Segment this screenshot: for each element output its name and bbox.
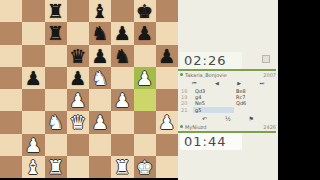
square-a2[interactable]: [0, 134, 22, 156]
top-player-row[interactable]: Takaria_Bonjovie 2007: [180, 71, 276, 78]
first-move-icon[interactable]: ⏮: [192, 80, 197, 87]
square-c5[interactable]: [45, 67, 67, 89]
square-f8[interactable]: [111, 0, 133, 22]
square-a5[interactable]: [0, 67, 22, 89]
move-21-black[interactable]: [234, 107, 276, 113]
square-d1[interactable]: [67, 156, 89, 178]
black-piece-R-c7: ♜: [47, 22, 64, 44]
top-player-name[interactable]: Takaria_Bonjovie: [185, 72, 261, 78]
square-b5[interactable]: ♟: [22, 67, 44, 89]
square-c6[interactable]: [45, 45, 67, 67]
square-f6[interactable]: ♞: [111, 45, 133, 67]
square-e6[interactable]: ♟: [89, 45, 111, 67]
square-h2[interactable]: [156, 134, 178, 156]
black-piece-P-g7: ♟: [136, 22, 153, 44]
takeback-icon[interactable]: ↶: [202, 115, 207, 122]
square-b8[interactable]: [22, 0, 44, 22]
square-f1[interactable]: ♜: [111, 156, 133, 178]
black-piece-N-e7: ♞: [92, 22, 109, 44]
white-piece-K-g1: ♚: [136, 156, 153, 178]
square-g5[interactable]: ♟: [134, 67, 156, 89]
white-piece-R-c1: ♜: [47, 156, 64, 178]
white-piece-P-h3: ♟: [158, 111, 175, 133]
white-piece-B-b1: ♝: [25, 156, 42, 178]
move-navigation: ⏮ ◀ ▶ ⏭: [192, 79, 264, 87]
square-g3[interactable]: [134, 111, 156, 133]
black-piece-Q-d6: ♛: [69, 45, 86, 67]
square-a3[interactable]: [0, 111, 22, 133]
white-piece-P-b2: ♟: [25, 134, 42, 156]
chess-board[interactable]: ♜♝♚♜♞♟♟♛♟♞♟♟♟♞♟♟♟♞♛♟♟♟♝♜♜♚: [0, 0, 178, 178]
square-b4[interactable]: [22, 89, 44, 111]
square-e7[interactable]: ♞: [89, 22, 111, 44]
online-indicator-icon: [180, 125, 183, 128]
black-piece-R-c8: ♜: [47, 0, 64, 22]
move-21-white[interactable]: g5: [193, 107, 234, 113]
black-piece-B-e8: ♝: [92, 0, 109, 22]
top-player-rating: 2007: [263, 72, 276, 78]
square-h3[interactable]: ♟: [156, 111, 178, 133]
square-f7[interactable]: ♟: [111, 22, 133, 44]
move-number: 20: [180, 100, 193, 106]
black-piece-P-e6: ♟: [92, 45, 109, 67]
square-h5[interactable]: [156, 67, 178, 89]
square-c2[interactable]: [45, 134, 67, 156]
black-piece-N-f6: ♞: [114, 45, 131, 67]
white-piece-P-f4: ♟: [114, 89, 131, 111]
square-c8[interactable]: ♜: [45, 0, 67, 22]
black-piece-P-h6: ♟: [158, 45, 175, 67]
square-f2[interactable]: [111, 134, 133, 156]
square-a6[interactable]: [0, 45, 22, 67]
square-d5[interactable]: ♟: [67, 67, 89, 89]
square-c7[interactable]: ♜: [45, 22, 67, 44]
square-b6[interactable]: [22, 45, 44, 67]
square-e5[interactable]: ♞: [89, 67, 111, 89]
square-h6[interactable]: ♟: [156, 45, 178, 67]
square-d8[interactable]: [67, 0, 89, 22]
black-piece-P-f7: ♟: [114, 22, 131, 44]
square-c1[interactable]: ♜: [45, 156, 67, 178]
bottom-player-name[interactable]: MyNiuzd: [185, 124, 261, 130]
square-e3[interactable]: ♟: [89, 111, 111, 133]
game-side-panel: 02:26 Takaria_Bonjovie 2007 ⏮ ◀ ▶ ⏭ 18Qd…: [178, 0, 278, 180]
square-h1[interactable]: [156, 156, 178, 178]
move-number: 18: [180, 88, 193, 94]
bottom-player-row[interactable]: MyNiuzd 2426: [180, 123, 276, 130]
offer-draw-icon[interactable]: ½: [225, 115, 231, 122]
square-e2[interactable]: [89, 134, 111, 156]
square-f4[interactable]: ♟: [111, 89, 133, 111]
resign-flag-icon[interactable]: ⚑: [249, 115, 254, 122]
game-actions: ↶ ½ ⚑: [202, 113, 254, 123]
white-piece-P-d4: ♟: [69, 89, 86, 111]
square-f5[interactable]: [111, 67, 133, 89]
square-c4[interactable]: [45, 89, 67, 111]
prev-move-icon[interactable]: ◀: [215, 80, 219, 86]
white-piece-Q-d3: ♛: [69, 111, 86, 133]
white-piece-R-f1: ♜: [114, 156, 131, 178]
move-list: 18Qd3Be819g4Rc720Ne5Qd621g5: [180, 88, 276, 113]
square-d6[interactable]: ♛: [67, 45, 89, 67]
square-b1[interactable]: ♝: [22, 156, 44, 178]
last-move-icon[interactable]: ⏭: [259, 80, 264, 87]
square-g7[interactable]: ♟: [134, 22, 156, 44]
square-g8[interactable]: ♚: [134, 0, 156, 22]
white-piece-P-g5: ♟: [136, 67, 153, 89]
square-e1[interactable]: [89, 156, 111, 178]
square-d4[interactable]: ♟: [67, 89, 89, 111]
top-player-clock: 02:26: [180, 52, 242, 69]
square-a1[interactable]: [0, 156, 22, 178]
black-piece-P-b5: ♟: [25, 67, 42, 89]
black-piece-P-d5: ♟: [69, 67, 86, 89]
square-d3[interactable]: ♛: [67, 111, 89, 133]
square-c3[interactable]: ♞: [45, 111, 67, 133]
square-h4[interactable]: [156, 89, 178, 111]
square-a8[interactable]: [0, 0, 22, 22]
square-b3[interactable]: [22, 111, 44, 133]
square-f3[interactable]: [111, 111, 133, 133]
move-number: 19: [180, 94, 193, 100]
move-row: 21g5: [180, 107, 276, 113]
square-g1[interactable]: ♚: [134, 156, 156, 178]
white-piece-N-e5: ♞: [92, 67, 109, 89]
square-e8[interactable]: ♝: [89, 0, 111, 22]
white-piece-P-e3: ♟: [92, 111, 109, 133]
square-e4[interactable]: [89, 89, 111, 111]
online-indicator-icon: [180, 73, 183, 76]
bottom-player-rating: 2426: [263, 124, 276, 130]
square-a7[interactable]: [0, 22, 22, 44]
square-h8[interactable]: [156, 0, 178, 22]
expand-board-icon[interactable]: [262, 55, 270, 63]
square-h7[interactable]: [156, 22, 178, 44]
square-g6[interactable]: [134, 45, 156, 67]
bottom-player-clock: 01:44: [180, 133, 242, 150]
next-move-icon[interactable]: ▶: [237, 80, 241, 86]
move-number: 21: [180, 107, 193, 113]
black-piece-K-g8: ♚: [136, 0, 153, 22]
square-b2[interactable]: ♟: [22, 134, 44, 156]
white-piece-N-c3: ♞: [47, 111, 64, 133]
square-d2[interactable]: [67, 134, 89, 156]
square-b7[interactable]: [22, 22, 44, 44]
square-a4[interactable]: [0, 89, 22, 111]
square-d7[interactable]: [67, 22, 89, 44]
square-g4[interactable]: [134, 89, 156, 111]
square-g2[interactable]: [134, 134, 156, 156]
